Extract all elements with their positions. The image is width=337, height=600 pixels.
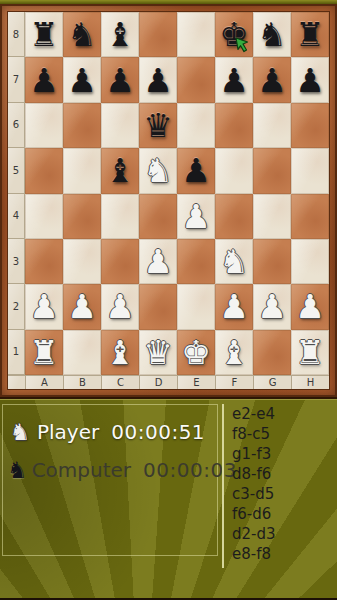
black-bishop[interactable]: ♝ xyxy=(105,154,135,187)
board-frame: 8♜♞♝♚ ♞♜7♟♟♟♟♟♟♟6♛5♝♞♟4♟3♟♞2♟♟♟♟♟♟1♜♝♛♚♝… xyxy=(0,4,337,399)
white-knight[interactable]: ♞ xyxy=(219,245,249,278)
square-d1[interactable]: ♛ xyxy=(139,330,177,375)
white-pawn[interactable]: ♟ xyxy=(105,290,135,323)
file-label-a: A xyxy=(25,375,63,389)
file-label-b: B xyxy=(63,375,101,389)
square-d2[interactable] xyxy=(139,284,177,329)
square-a8[interactable]: ♜ xyxy=(25,12,63,57)
computer-name: Computer xyxy=(32,458,131,482)
move-item[interactable]: e2-e4 xyxy=(232,404,335,424)
player-clock-row: ♞ Player 00:00:51 xyxy=(7,415,213,449)
file-label-e: E xyxy=(177,375,215,389)
white-rook[interactable]: ♜ xyxy=(295,336,325,369)
white-queen[interactable]: ♛ xyxy=(143,336,173,369)
square-d4[interactable] xyxy=(139,194,177,239)
square-a2[interactable]: ♟ xyxy=(25,284,63,329)
white-pawn[interactable]: ♟ xyxy=(67,290,97,323)
square-a7[interactable]: ♟ xyxy=(25,57,63,102)
square-a1[interactable]: ♜ xyxy=(25,330,63,375)
square-h5[interactable] xyxy=(291,148,329,193)
black-rook[interactable]: ♜ xyxy=(29,18,59,51)
white-bishop[interactable]: ♝ xyxy=(105,336,135,369)
square-g2[interactable]: ♟ xyxy=(253,284,291,329)
square-b4[interactable] xyxy=(63,194,101,239)
move-item[interactable]: g1-f3 xyxy=(232,444,335,464)
rank-label-5: 5 xyxy=(8,148,25,193)
computer-clock-row: ♞ Computer 00:00:03 xyxy=(7,453,213,487)
square-b7[interactable]: ♟ xyxy=(63,57,101,102)
rank-label-3: 3 xyxy=(8,239,25,284)
square-c3[interactable] xyxy=(101,239,139,284)
file-label-h: H xyxy=(291,375,329,389)
black-queen[interactable]: ♛ xyxy=(143,109,173,142)
square-e1[interactable]: ♚ xyxy=(177,330,215,375)
square-g1[interactable] xyxy=(253,330,291,375)
black-knight[interactable]: ♞ xyxy=(67,18,97,51)
square-b5[interactable] xyxy=(63,148,101,193)
square-d8[interactable] xyxy=(139,12,177,57)
square-f4[interactable] xyxy=(215,194,253,239)
square-h2[interactable]: ♟ xyxy=(291,284,329,329)
move-item[interactable]: d2-d3 xyxy=(232,524,335,544)
square-d7[interactable]: ♟ xyxy=(139,57,177,102)
square-e2[interactable] xyxy=(177,284,215,329)
white-pawn[interactable]: ♟ xyxy=(295,290,325,323)
player-name: Player xyxy=(37,420,99,444)
white-bishop[interactable]: ♝ xyxy=(219,336,249,369)
move-item[interactable]: d8-f6 xyxy=(232,464,335,484)
white-pawn[interactable]: ♟ xyxy=(143,245,173,278)
rank-label-7: 7 xyxy=(8,57,25,102)
white-king[interactable]: ♚ xyxy=(181,336,211,369)
square-a3[interactable] xyxy=(25,239,63,284)
square-g4[interactable] xyxy=(253,194,291,239)
black-pawn[interactable]: ♟ xyxy=(181,154,211,187)
square-c1[interactable]: ♝ xyxy=(101,330,139,375)
player-time: 00:00:51 xyxy=(111,420,205,444)
file-label-f: F xyxy=(215,375,253,389)
white-pawn[interactable]: ♟ xyxy=(29,290,59,323)
square-d3[interactable]: ♟ xyxy=(139,239,177,284)
square-b2[interactable]: ♟ xyxy=(63,284,101,329)
square-e5[interactable]: ♟ xyxy=(177,148,215,193)
rank-label-6: 6 xyxy=(8,103,25,148)
black-pawn[interactable]: ♟ xyxy=(295,64,325,97)
square-h6[interactable] xyxy=(291,103,329,148)
square-d6[interactable]: ♛ xyxy=(139,103,177,148)
square-a4[interactable] xyxy=(25,194,63,239)
square-a5[interactable] xyxy=(25,148,63,193)
black-bishop[interactable]: ♝ xyxy=(105,18,135,51)
rank-label-4: 4 xyxy=(8,194,25,239)
square-b3[interactable] xyxy=(63,239,101,284)
square-h3[interactable] xyxy=(291,239,329,284)
move-list[interactable]: e2-e4f8-c5g1-f3d8-f6c3-d5f6-d6d2-d3e8-f8 xyxy=(222,404,335,568)
square-f3[interactable]: ♞ xyxy=(215,239,253,284)
square-c5[interactable]: ♝ xyxy=(101,148,139,193)
square-f8[interactable]: ♚ xyxy=(215,12,253,57)
square-b8[interactable]: ♞ xyxy=(63,12,101,57)
file-label-c: C xyxy=(101,375,139,389)
white-pawn[interactable]: ♟ xyxy=(219,290,249,323)
move-item[interactable]: e8-f8 xyxy=(232,544,335,564)
square-g3[interactable] xyxy=(253,239,291,284)
rank-label-1: 1 xyxy=(8,330,25,375)
square-g5[interactable] xyxy=(253,148,291,193)
square-g7[interactable]: ♟ xyxy=(253,57,291,102)
square-e8[interactable] xyxy=(177,12,215,57)
square-b1[interactable] xyxy=(63,330,101,375)
black-pawn[interactable]: ♟ xyxy=(257,64,287,97)
square-h4[interactable] xyxy=(291,194,329,239)
rank-label-8: 8 xyxy=(8,12,25,57)
black-knight[interactable]: ♞ xyxy=(257,18,287,51)
square-c8[interactable]: ♝ xyxy=(101,12,139,57)
square-f6[interactable] xyxy=(215,103,253,148)
clock-panel: ♞ Player 00:00:51 ♞ Computer 00:00:03 xyxy=(2,404,218,556)
white-knight[interactable]: ♞ xyxy=(143,154,173,187)
green-arrow-cursor xyxy=(234,36,251,53)
move-item[interactable]: f6-d6 xyxy=(232,504,335,524)
square-d5[interactable]: ♞ xyxy=(139,148,177,193)
white-pawn[interactable]: ♟ xyxy=(181,200,211,233)
square-h1[interactable]: ♜ xyxy=(291,330,329,375)
square-h7[interactable]: ♟ xyxy=(291,57,329,102)
square-e4[interactable]: ♟ xyxy=(177,194,215,239)
square-a6[interactable] xyxy=(25,103,63,148)
white-knight-icon: ♞ xyxy=(7,421,33,444)
black-pawn[interactable]: ♟ xyxy=(105,64,135,97)
square-e6[interactable] xyxy=(177,103,215,148)
white-rook[interactable]: ♜ xyxy=(29,336,59,369)
board-corner xyxy=(8,375,25,389)
file-label-d: D xyxy=(139,375,177,389)
square-c2[interactable]: ♟ xyxy=(101,284,139,329)
square-h8[interactable]: ♜ xyxy=(291,12,329,57)
black-pawn[interactable]: ♟ xyxy=(219,64,249,97)
square-f7[interactable]: ♟ xyxy=(215,57,253,102)
square-f5[interactable] xyxy=(215,148,253,193)
rank-label-2: 2 xyxy=(8,284,25,329)
file-label-g: G xyxy=(253,375,291,389)
square-c7[interactable]: ♟ xyxy=(101,57,139,102)
chess-app-screen: 8♜♞♝♚ ♞♜7♟♟♟♟♟♟♟6♛5♝♞♟4♟3♟♞2♟♟♟♟♟♟1♜♝♛♚♝… xyxy=(0,0,337,600)
square-g6[interactable] xyxy=(253,103,291,148)
black-rook[interactable]: ♜ xyxy=(295,18,325,51)
square-g8[interactable]: ♞ xyxy=(253,12,291,57)
square-f2[interactable]: ♟ xyxy=(215,284,253,329)
square-c6[interactable] xyxy=(101,103,139,148)
square-e7[interactable] xyxy=(177,57,215,102)
black-pawn[interactable]: ♟ xyxy=(67,64,97,97)
black-pawn[interactable]: ♟ xyxy=(143,64,173,97)
square-b6[interactable] xyxy=(63,103,101,148)
move-item[interactable]: f8-c5 xyxy=(232,424,335,444)
board-grid[interactable]: 8♜♞♝♚ ♞♜7♟♟♟♟♟♟♟6♛5♝♞♟4♟3♟♞2♟♟♟♟♟♟1♜♝♛♚♝… xyxy=(8,12,329,389)
square-f1[interactable]: ♝ xyxy=(215,330,253,375)
move-item[interactable]: c3-d5 xyxy=(232,484,335,504)
info-panel: ♞ Player 00:00:51 ♞ Computer 00:00:03 e2… xyxy=(0,399,337,600)
black-pawn[interactable]: ♟ xyxy=(29,64,59,97)
white-pawn[interactable]: ♟ xyxy=(257,290,287,323)
square-c4[interactable] xyxy=(101,194,139,239)
black-knight-icon: ♞ xyxy=(7,459,28,482)
square-e3[interactable] xyxy=(177,239,215,284)
